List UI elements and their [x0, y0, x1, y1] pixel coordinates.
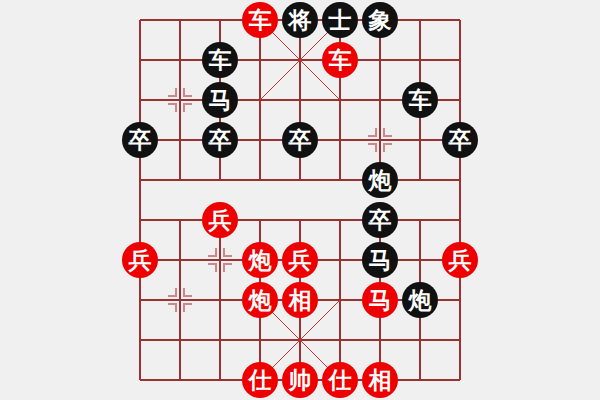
- piece-red-cannon[interactable]: 炮: [242, 282, 278, 318]
- piece-red-pawn[interactable]: 兵: [442, 242, 478, 278]
- piece-black-elephant[interactable]: 象: [362, 2, 398, 38]
- piece-red-chariot[interactable]: 车: [322, 42, 358, 78]
- piece-black-chariot[interactable]: 车: [402, 82, 438, 118]
- piece-red-advisor[interactable]: 仕: [242, 362, 278, 398]
- piece-black-pawn[interactable]: 卒: [122, 122, 158, 158]
- piece-red-advisor[interactable]: 仕: [322, 362, 358, 398]
- piece-red-cannon[interactable]: 炮: [242, 242, 278, 278]
- piece-black-horse[interactable]: 马: [202, 82, 238, 118]
- piece-red-general[interactable]: 帅: [282, 362, 318, 398]
- piece-red-pawn[interactable]: 兵: [282, 242, 318, 278]
- piece-red-horse[interactable]: 马: [362, 282, 398, 318]
- piece-layer: 车将士象车车马车卒卒卒卒炮兵卒兵炮兵马兵炮相马炮仕帅仕相: [120, 0, 480, 400]
- piece-red-chariot[interactable]: 车: [242, 2, 278, 38]
- piece-black-chariot[interactable]: 车: [202, 42, 238, 78]
- piece-black-pawn[interactable]: 卒: [282, 122, 318, 158]
- piece-red-pawn[interactable]: 兵: [202, 202, 238, 238]
- piece-black-pawn[interactable]: 卒: [442, 122, 478, 158]
- piece-red-elephant[interactable]: 相: [282, 282, 318, 318]
- piece-black-horse[interactable]: 马: [362, 242, 398, 278]
- piece-red-elephant[interactable]: 相: [362, 362, 398, 398]
- piece-black-pawn[interactable]: 卒: [362, 202, 398, 238]
- piece-black-cannon[interactable]: 炮: [362, 162, 398, 198]
- piece-red-pawn[interactable]: 兵: [122, 242, 158, 278]
- piece-black-cannon[interactable]: 炮: [402, 282, 438, 318]
- xiangqi-board: 车将士象车车马车卒卒卒卒炮兵卒兵炮兵马兵炮相马炮仕帅仕相: [0, 0, 600, 400]
- piece-black-advisor[interactable]: 士: [322, 2, 358, 38]
- piece-black-general[interactable]: 将: [282, 2, 318, 38]
- piece-black-pawn[interactable]: 卒: [202, 122, 238, 158]
